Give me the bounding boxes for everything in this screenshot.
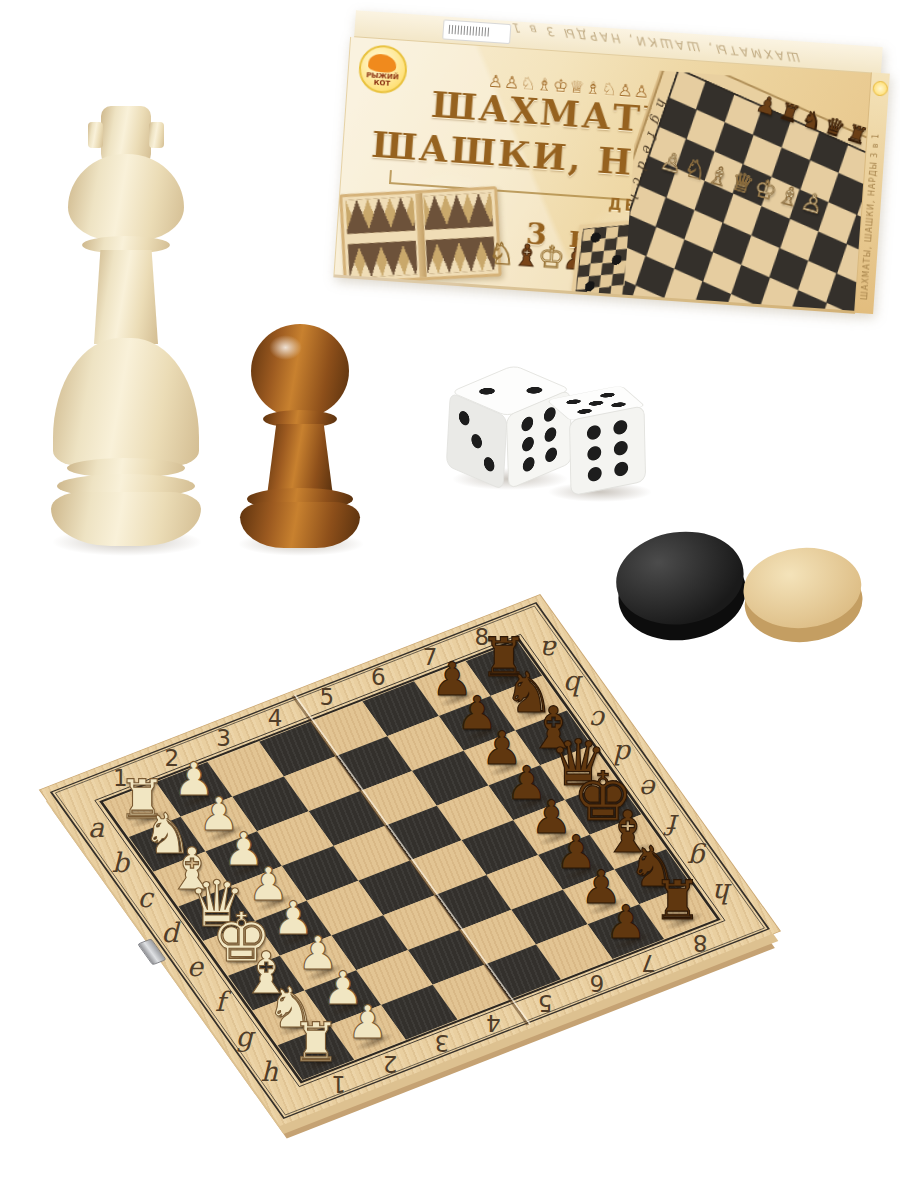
brown-pawn: ♟ <box>595 890 657 954</box>
die-2 <box>542 386 654 498</box>
pawn-body <box>267 424 333 496</box>
white-rook: ♜ <box>285 1011 347 1075</box>
mini-backgammon-board <box>339 186 501 284</box>
box-front-panel: РЫЖИЙ КОТ ♙♙♘♗♔♕♗♘♙♙ ШАХМАТЫ, ШАШКИ, НАР… <box>333 37 872 314</box>
king-base <box>51 492 201 546</box>
king-body <box>53 338 199 466</box>
brand-name: РЫЖИЙ КОТ <box>360 72 405 89</box>
loose-white-king <box>46 106 206 551</box>
backgammon-points-left <box>346 197 418 278</box>
checker-wood <box>740 543 866 647</box>
pawn-base <box>240 502 360 548</box>
die2-front-face <box>569 405 646 496</box>
mini-white-king-icon: ♔ <box>537 239 564 276</box>
mini-brown-bishop-icon: ♝ <box>512 237 539 274</box>
side-logo-icon <box>872 81 888 97</box>
king-crown <box>68 154 184 242</box>
chess-board: ♜♟♟♜♞♟♟♞♝♟♟♝♛♟♟♛♚♟♟♚♝♟♟♝♞♟♟♞♜♟♟♜ 1234567… <box>40 595 780 1126</box>
mini-white-knight-icon: ♘ <box>487 235 514 272</box>
loose-brown-pawn <box>230 324 370 550</box>
product-photo-stage: ШАХМАТЫ, ШАШКИ, НАРДЫ 3 в 1 РЫЖИЙ КОТ ♙♙… <box>0 0 900 1200</box>
mini-chess-photo: hgfedcba ♟♜♞♛♜ ♙♘♗♕♔♗♙ <box>624 69 871 311</box>
brand-logo-cat-icon: РЫЖИЙ КОТ <box>357 44 408 95</box>
backgammon-points-right <box>423 193 495 274</box>
king-neck <box>94 250 158 344</box>
product-box: ШАХМАТЫ, ШАШКИ, НАРДЫ 3 в 1 РЫЖИЙ КОТ ♙♙… <box>333 10 890 315</box>
checker-black <box>610 524 752 649</box>
pawn-head <box>251 324 349 418</box>
